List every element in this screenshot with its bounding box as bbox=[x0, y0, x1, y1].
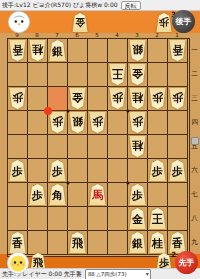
sente-turn-badge: 先手 bbox=[175, 251, 198, 274]
square-28[interactable]: 王 bbox=[148, 207, 168, 231]
square-33[interactable]: 桂 bbox=[128, 87, 148, 111]
square-63[interactable]: 金 bbox=[68, 87, 88, 111]
square-12[interactable] bbox=[168, 63, 188, 87]
square-76[interactable]: 歩 bbox=[48, 159, 68, 183]
rank-label: 三 bbox=[189, 86, 200, 110]
board-piece-19[interactable]: 香 bbox=[169, 232, 186, 253]
kifu-move-select[interactable]: 88 △7四歩(73) ▾ bbox=[85, 269, 151, 279]
square-56[interactable] bbox=[88, 159, 108, 183]
board-piece-54[interactable]: 歩 bbox=[89, 112, 106, 133]
piece-glyph: 桂 bbox=[132, 136, 143, 157]
board-piece-16[interactable]: 歩 bbox=[169, 160, 186, 181]
square-88[interactable] bbox=[28, 207, 48, 231]
piece-glyph: 銀 bbox=[52, 40, 63, 61]
square-57[interactable]: 馬 bbox=[88, 183, 108, 207]
piece-glyph: 銀 bbox=[72, 112, 83, 133]
board-piece-87[interactable]: 歩 bbox=[29, 184, 46, 205]
board-piece-34[interactable]: 歩 bbox=[129, 112, 146, 133]
board-piece-29[interactable]: 桂 bbox=[149, 232, 166, 253]
square-55[interactable] bbox=[88, 135, 108, 159]
piece-glyph: 歩 bbox=[12, 160, 23, 181]
last-move-dot-icon bbox=[44, 107, 52, 115]
square-59[interactable] bbox=[88, 231, 108, 255]
square-46[interactable] bbox=[108, 159, 128, 183]
square-13[interactable]: 歩 bbox=[168, 87, 188, 111]
piece-glyph: 歩 bbox=[152, 88, 163, 109]
resize-grip-icon[interactable] bbox=[191, 137, 199, 145]
square-38[interactable]: 金 bbox=[128, 207, 148, 231]
square-53[interactable] bbox=[88, 87, 108, 111]
board-piece-63[interactable]: 金 bbox=[69, 88, 86, 109]
square-75[interactable] bbox=[48, 135, 68, 159]
piece-glyph: 桂 bbox=[32, 40, 43, 61]
rank-label: 八 bbox=[189, 206, 200, 230]
square-32[interactable]: 金 bbox=[128, 63, 148, 87]
piece-glyph: 歩 bbox=[112, 88, 123, 109]
square-29[interactable]: 桂 bbox=[148, 231, 168, 255]
board-piece-96[interactable]: 歩 bbox=[9, 160, 26, 181]
chick-avatar-icon bbox=[8, 253, 28, 273]
board-piece-23[interactable]: 歩 bbox=[149, 88, 166, 109]
board-piece-69[interactable]: 飛 bbox=[69, 232, 86, 253]
hoshi-dot-icon bbox=[127, 182, 130, 185]
piece-glyph: 王 bbox=[112, 64, 123, 85]
square-94[interactable] bbox=[8, 111, 28, 135]
square-42[interactable]: 王 bbox=[108, 63, 128, 87]
piece-glyph: 桂 bbox=[132, 88, 143, 109]
square-23[interactable]: 歩 bbox=[148, 87, 168, 111]
board-piece-76[interactable]: 歩 bbox=[49, 160, 66, 181]
square-82[interactable] bbox=[28, 63, 48, 87]
board-piece-93[interactable]: 歩 bbox=[9, 88, 26, 109]
sente-hand-band: 飛歩2 bbox=[0, 254, 200, 268]
piece-glyph: 金 bbox=[75, 13, 85, 32]
square-21[interactable] bbox=[148, 39, 168, 63]
square-17[interactable] bbox=[168, 183, 188, 207]
gote-turn-badge: 後手 bbox=[172, 10, 195, 33]
board-piece-32[interactable]: 金 bbox=[129, 64, 146, 85]
square-65[interactable] bbox=[68, 135, 88, 159]
piece-glyph: 香 bbox=[172, 40, 183, 61]
piece-glyph: 歩 bbox=[12, 88, 23, 109]
board-piece-37[interactable]: 歩 bbox=[129, 184, 146, 205]
square-66[interactable] bbox=[68, 159, 88, 183]
square-95[interactable] bbox=[8, 135, 28, 159]
square-93[interactable]: 歩 bbox=[8, 87, 28, 111]
square-92[interactable] bbox=[8, 63, 28, 87]
chevron-down-icon: ▾ bbox=[146, 270, 149, 278]
piece-glyph: 歩 bbox=[132, 184, 143, 205]
piece-glyph: 歩 bbox=[52, 112, 63, 133]
square-62[interactable] bbox=[68, 63, 88, 87]
square-25[interactable] bbox=[148, 135, 168, 159]
piece-glyph: 歩 bbox=[159, 13, 169, 32]
square-18[interactable] bbox=[168, 207, 188, 231]
kifu-move-label: 88 △7四歩(73) bbox=[88, 271, 127, 277]
square-91[interactable]: 香 bbox=[8, 39, 28, 63]
board-piece-38[interactable]: 金 bbox=[129, 208, 146, 229]
piece-glyph: 歩 bbox=[92, 112, 103, 133]
square-27[interactable] bbox=[148, 183, 168, 207]
square-36[interactable] bbox=[128, 159, 148, 183]
square-78[interactable] bbox=[48, 207, 68, 231]
gote-hand-band: 金歩3 bbox=[0, 11, 200, 33]
board-piece-11[interactable]: 香 bbox=[169, 40, 186, 61]
board-piece-35[interactable]: 桂 bbox=[129, 136, 146, 157]
square-45[interactable] bbox=[108, 135, 128, 159]
board-piece-91[interactable]: 香 bbox=[9, 40, 26, 61]
piece-glyph: 香 bbox=[12, 232, 23, 253]
rank-labels: 一二三四五六七八九 bbox=[189, 38, 200, 254]
square-64[interactable]: 銀 bbox=[68, 111, 88, 135]
penguin-avatar-icon bbox=[9, 12, 29, 32]
gote-hand-piece-7[interactable]: 歩 bbox=[156, 13, 172, 32]
board-piece-71[interactable]: 銀 bbox=[49, 40, 66, 61]
square-86[interactable] bbox=[28, 159, 48, 183]
rank-label: 九 bbox=[189, 230, 200, 254]
square-71[interactable]: 銀 bbox=[48, 39, 68, 63]
gote-avatar bbox=[8, 11, 30, 33]
flip-board-button[interactable]: 反転 bbox=[121, 1, 141, 10]
rank-label: 六 bbox=[189, 158, 200, 182]
square-72[interactable] bbox=[48, 63, 68, 87]
board-piece-13[interactable]: 歩 bbox=[169, 88, 186, 109]
piece-glyph: 桂 bbox=[152, 232, 163, 253]
square-77[interactable]: 角 bbox=[48, 183, 68, 207]
piece-glyph: 歩 bbox=[132, 112, 143, 133]
board-piece-28[interactable]: 王 bbox=[149, 208, 166, 229]
square-22[interactable] bbox=[148, 63, 168, 87]
square-44[interactable] bbox=[108, 111, 128, 135]
piece-glyph: 歩 bbox=[172, 160, 183, 181]
piece-glyph: 歩 bbox=[32, 184, 43, 205]
hoshi-dot-icon bbox=[67, 110, 70, 113]
square-74[interactable]: 歩 bbox=[48, 111, 68, 135]
top-menubar: 後手:Lv12 ピヨ介(R570) ぴよ将棋w 0:00 反転 bbox=[0, 0, 200, 11]
shogi-board: 987654321 一二三四五六七八九 香桂銀銀香王金歩金歩桂歩歩歩銀歩歩桂歩歩… bbox=[0, 33, 200, 254]
board-piece-31[interactable]: 銀 bbox=[129, 40, 146, 61]
gote-player-info: 後手:Lv12 ピヨ介(R570) ぴよ将棋w 0:00 bbox=[2, 1, 118, 10]
piyo-shogi-app: 後手:Lv12 ピヨ介(R570) ぴよ将棋w 0:00 反転 金歩3 後手 9… bbox=[0, 0, 200, 279]
square-89[interactable] bbox=[28, 231, 48, 255]
piece-glyph: 香 bbox=[172, 232, 183, 253]
piece-glyph: 金 bbox=[132, 64, 143, 85]
rank-label: 七 bbox=[189, 182, 200, 206]
square-49[interactable] bbox=[108, 231, 128, 255]
piece-glyph: 香 bbox=[12, 40, 23, 61]
board-piece-64[interactable]: 銀 bbox=[69, 112, 86, 133]
square-24[interactable] bbox=[148, 111, 168, 135]
square-96[interactable]: 歩 bbox=[8, 159, 28, 183]
square-15[interactable] bbox=[168, 135, 188, 159]
board-piece-77[interactable]: 角 bbox=[49, 184, 66, 205]
piece-glyph: 角 bbox=[52, 184, 63, 205]
rank-label: 一 bbox=[189, 38, 200, 62]
square-54[interactable]: 歩 bbox=[88, 111, 108, 135]
square-26[interactable]: 歩 bbox=[148, 159, 168, 183]
square-84[interactable] bbox=[28, 111, 48, 135]
square-87[interactable]: 歩 bbox=[28, 183, 48, 207]
square-81[interactable]: 桂 bbox=[28, 39, 48, 63]
square-52[interactable] bbox=[88, 63, 108, 87]
board-piece-33[interactable]: 桂 bbox=[129, 88, 146, 109]
board-piece-39[interactable]: 銀 bbox=[129, 232, 146, 253]
piece-glyph: 歩 bbox=[172, 88, 183, 109]
hoshi-dot-icon bbox=[67, 182, 70, 185]
square-61[interactable] bbox=[68, 39, 88, 63]
piece-glyph: 銀 bbox=[132, 40, 143, 61]
square-85[interactable] bbox=[28, 135, 48, 159]
square-31[interactable]: 銀 bbox=[128, 39, 148, 63]
square-97[interactable] bbox=[8, 183, 28, 207]
hoshi-dot-icon bbox=[127, 110, 130, 113]
rank-label: 二 bbox=[189, 62, 200, 86]
square-48[interactable] bbox=[108, 207, 128, 231]
board-piece-99[interactable]: 香 bbox=[9, 232, 26, 253]
board-piece-57[interactable]: 馬 bbox=[89, 184, 106, 205]
board-grid: 香桂銀銀香王金歩金歩桂歩歩歩銀歩歩桂歩歩歩歩歩角馬歩金王香飛銀桂香 bbox=[7, 38, 190, 257]
piece-glyph: 銀 bbox=[132, 232, 143, 253]
piece-glyph: 金 bbox=[132, 208, 143, 229]
piece-glyph: 馬 bbox=[92, 184, 103, 205]
square-14[interactable] bbox=[168, 111, 188, 135]
square-37[interactable]: 歩 bbox=[128, 183, 148, 207]
piece-glyph: 歩 bbox=[52, 160, 63, 181]
piece-glyph: 飛 bbox=[72, 232, 83, 253]
square-98[interactable] bbox=[8, 207, 28, 231]
square-58[interactable] bbox=[88, 207, 108, 231]
square-16[interactable]: 歩 bbox=[168, 159, 188, 183]
board-piece-74[interactable]: 歩 bbox=[49, 112, 66, 133]
sente-avatar bbox=[7, 252, 29, 274]
bottom-statusbar: 先手:プレイヤー 0:00 先手番 88 △7四歩(73) ▾ bbox=[0, 268, 200, 279]
square-67[interactable] bbox=[68, 183, 88, 207]
board-piece-42[interactable]: 王 bbox=[109, 64, 126, 85]
square-79[interactable] bbox=[48, 231, 68, 255]
rank-label: 四 bbox=[189, 110, 200, 134]
square-47[interactable] bbox=[108, 183, 128, 207]
piece-glyph: 王 bbox=[152, 208, 163, 229]
board-piece-26[interactable]: 歩 bbox=[149, 160, 166, 181]
square-43[interactable]: 歩 bbox=[108, 87, 128, 111]
square-68[interactable] bbox=[68, 207, 88, 231]
piece-glyph: 歩 bbox=[152, 160, 163, 181]
square-34[interactable]: 歩 bbox=[128, 111, 148, 135]
square-35[interactable]: 桂 bbox=[128, 135, 148, 159]
square-51[interactable] bbox=[88, 39, 108, 63]
gote-hand-piece-3[interactable]: 金 bbox=[72, 13, 88, 32]
square-11[interactable]: 香 bbox=[168, 39, 188, 63]
board-piece-43[interactable]: 歩 bbox=[109, 88, 126, 109]
piece-glyph: 金 bbox=[72, 88, 83, 109]
square-69[interactable]: 飛 bbox=[68, 231, 88, 255]
square-41[interactable] bbox=[108, 39, 128, 63]
board-piece-81[interactable]: 桂 bbox=[29, 40, 46, 61]
square-39[interactable]: 銀 bbox=[128, 231, 148, 255]
